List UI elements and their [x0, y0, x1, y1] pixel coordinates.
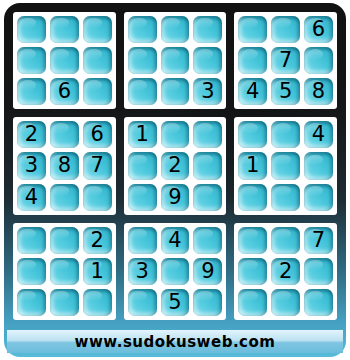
cell-r4c8[interactable]: [271, 121, 300, 148]
cell-r1c9[interactable]: 6: [304, 16, 333, 43]
given-digit: 3: [201, 81, 214, 102]
cell-r7c6[interactable]: [193, 227, 222, 254]
cell-r7c8[interactable]: [271, 227, 300, 254]
given-digit: 6: [58, 81, 71, 102]
cell-r2c9[interactable]: [304, 47, 333, 74]
block-1-1: 6: [13, 12, 116, 109]
cell-r9c4[interactable]: [128, 289, 157, 316]
cell-r3c1[interactable]: [17, 78, 46, 105]
given-digit: 2: [279, 261, 292, 282]
cell-r5c4[interactable]: [128, 152, 157, 179]
cell-r5c7[interactable]: 1: [238, 152, 267, 179]
block-3-1: 21: [13, 223, 116, 320]
cell-r5c8[interactable]: [271, 152, 300, 179]
cell-r7c4[interactable]: [128, 227, 157, 254]
given-digit: 9: [201, 261, 214, 282]
cell-r9c3[interactable]: [83, 289, 112, 316]
given-digit: 1: [135, 124, 148, 145]
cell-r8c1[interactable]: [17, 258, 46, 285]
cell-r6c4[interactable]: [128, 184, 157, 211]
cell-r2c1[interactable]: [17, 47, 46, 74]
block-2-2: 129: [124, 117, 227, 214]
cell-r4c7[interactable]: [238, 121, 267, 148]
cell-r8c5[interactable]: [161, 258, 190, 285]
block-3-3: 72: [234, 223, 337, 320]
block-2-1: 263874: [13, 117, 116, 214]
cell-r3c2[interactable]: 6: [50, 78, 79, 105]
given-digit: 4: [312, 124, 325, 145]
cell-r6c9[interactable]: [304, 184, 333, 211]
given-digit: 8: [58, 155, 71, 176]
cell-r3c4[interactable]: [128, 78, 157, 105]
cell-r9c7[interactable]: [238, 289, 267, 316]
given-digit: 3: [135, 261, 148, 282]
given-digit: 8: [312, 81, 325, 102]
cell-r6c8[interactable]: [271, 184, 300, 211]
cell-r8c9[interactable]: [304, 258, 333, 285]
site-footer: www.sudokusweb.com: [7, 330, 343, 353]
cell-r4c9[interactable]: 4: [304, 121, 333, 148]
given-digit: 5: [279, 81, 292, 102]
given-digit: 4: [25, 187, 38, 208]
cell-r4c3[interactable]: 6: [83, 121, 112, 148]
cell-r2c5[interactable]: [161, 47, 190, 74]
cell-r2c6[interactable]: [193, 47, 222, 74]
given-digit: 7: [312, 230, 325, 251]
block-3-2: 4395: [124, 223, 227, 320]
cell-r7c2[interactable]: [50, 227, 79, 254]
cell-r7c1[interactable]: [17, 227, 46, 254]
cell-r9c8[interactable]: [271, 289, 300, 316]
cell-r6c6[interactable]: [193, 184, 222, 211]
cell-r5c3[interactable]: 7: [83, 152, 112, 179]
given-digit: 7: [91, 155, 104, 176]
cell-r3c5[interactable]: [161, 78, 190, 105]
site-url[interactable]: www.sudokusweb.com: [75, 333, 276, 351]
block-2-3: 41: [234, 117, 337, 214]
cell-r9c1[interactable]: [17, 289, 46, 316]
cell-r2c8[interactable]: 7: [271, 47, 300, 74]
given-digit: 6: [91, 124, 104, 145]
cell-r5c5[interactable]: 2: [161, 152, 190, 179]
given-digit: 3: [25, 155, 38, 176]
cell-r3c3[interactable]: [83, 78, 112, 105]
cell-r8c6[interactable]: 9: [193, 258, 222, 285]
given-digit: 4: [246, 81, 259, 102]
cell-r3c7[interactable]: 4: [238, 78, 267, 105]
cell-r5c6[interactable]: [193, 152, 222, 179]
cell-r1c5[interactable]: [161, 16, 190, 43]
cell-r4c6[interactable]: [193, 121, 222, 148]
cell-r9c5[interactable]: 5: [161, 289, 190, 316]
cell-r9c2[interactable]: [50, 289, 79, 316]
cell-r6c7[interactable]: [238, 184, 267, 211]
cell-r2c3[interactable]: [83, 47, 112, 74]
given-digit: 9: [168, 187, 181, 208]
cell-r3c6[interactable]: 3: [193, 78, 222, 105]
cell-r8c2[interactable]: [50, 258, 79, 285]
cell-r1c8[interactable]: [271, 16, 300, 43]
given-digit: 4: [168, 230, 181, 251]
cell-r1c1[interactable]: [17, 16, 46, 43]
given-digit: 5: [168, 292, 181, 313]
cell-r1c6[interactable]: [193, 16, 222, 43]
given-digit: 2: [91, 230, 104, 251]
given-digit: 1: [91, 261, 104, 282]
cell-r7c7[interactable]: [238, 227, 267, 254]
cell-r2c4[interactable]: [128, 47, 157, 74]
cell-r4c4[interactable]: 1: [128, 121, 157, 148]
cell-r3c8[interactable]: 5: [271, 78, 300, 105]
given-digit: 7: [279, 50, 292, 71]
cell-r8c8[interactable]: 2: [271, 258, 300, 285]
given-digit: 6: [312, 19, 325, 40]
board-grid: 63674582638741294121439572: [13, 12, 337, 320]
cell-r8c7[interactable]: [238, 258, 267, 285]
given-digit: 1: [246, 155, 259, 176]
cell-r6c1[interactable]: 4: [17, 184, 46, 211]
cell-r5c2[interactable]: 8: [50, 152, 79, 179]
cell-r4c2[interactable]: [50, 121, 79, 148]
cell-r1c4[interactable]: [128, 16, 157, 43]
board-frame: 63674582638741294121439572 www.sudokuswe…: [4, 3, 346, 357]
given-digit: 2: [168, 155, 181, 176]
cell-r1c7[interactable]: [238, 16, 267, 43]
cell-r8c4[interactable]: 3: [128, 258, 157, 285]
cell-r7c5[interactable]: 4: [161, 227, 190, 254]
cell-r9c6[interactable]: [193, 289, 222, 316]
cell-r1c3[interactable]: [83, 16, 112, 43]
block-1-3: 67458: [234, 12, 337, 109]
cell-r5c1[interactable]: 3: [17, 152, 46, 179]
cell-r4c1[interactable]: 2: [17, 121, 46, 148]
cell-r7c9[interactable]: 7: [304, 227, 333, 254]
cell-r2c7[interactable]: [238, 47, 267, 74]
cell-r2c2[interactable]: [50, 47, 79, 74]
cell-r4c5[interactable]: [161, 121, 190, 148]
cell-r6c3[interactable]: [83, 184, 112, 211]
cell-r3c9[interactable]: 8: [304, 78, 333, 105]
cell-r9c9[interactable]: [304, 289, 333, 316]
block-1-2: 3: [124, 12, 227, 109]
cell-r6c5[interactable]: 9: [161, 184, 190, 211]
cell-r7c3[interactable]: 2: [83, 227, 112, 254]
given-digit: 2: [25, 124, 38, 145]
cell-r5c9[interactable]: [304, 152, 333, 179]
cell-r6c2[interactable]: [50, 184, 79, 211]
cell-r8c3[interactable]: 1: [83, 258, 112, 285]
cell-r1c2[interactable]: [50, 16, 79, 43]
